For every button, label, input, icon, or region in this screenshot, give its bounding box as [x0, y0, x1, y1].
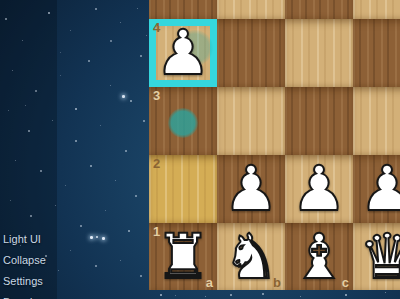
move-hint-dot: [168, 108, 198, 138]
square-b2[interactable]: ♟: [217, 155, 285, 223]
square-b1[interactable]: b♞: [217, 223, 285, 290]
file-label-a: a: [206, 276, 213, 289]
square-b3[interactable]: [217, 87, 285, 155]
menu-item-settings[interactable]: Settings: [3, 276, 46, 287]
square-c1[interactable]: c♝: [285, 223, 353, 290]
file-label-b: b: [273, 276, 281, 289]
piece-white-pawn[interactable]: ♟: [285, 155, 353, 223]
rank-label-1: 1: [153, 225, 160, 238]
square-c4[interactable]: [285, 19, 353, 87]
rank-label-2: 2: [153, 157, 160, 170]
sidebar-menu: Light UI Collapse Settings Board: [3, 234, 46, 299]
menu-item-collapse[interactable]: Collapse: [3, 255, 46, 266]
file-label-c: c: [342, 276, 349, 289]
menu-item-light-ui[interactable]: Light UI: [3, 234, 46, 245]
square-d2[interactable]: ♟: [353, 155, 400, 223]
square-a1[interactable]: 1a♜: [149, 223, 217, 290]
square-a2[interactable]: 2: [149, 155, 217, 223]
board-viewport: 4♟32♟♟♟1a♜b♞c♝d♛: [149, 0, 400, 290]
square-d5[interactable]: [353, 0, 400, 19]
square-d1[interactable]: d♛: [353, 223, 400, 290]
square-d4[interactable]: [353, 19, 400, 87]
piece-white-pawn[interactable]: ♟: [217, 155, 285, 223]
square-c2[interactable]: ♟: [285, 155, 353, 223]
square-c3[interactable]: [285, 87, 353, 155]
square-a4[interactable]: 4♟: [149, 19, 217, 87]
chess-board: 4♟32♟♟♟1a♜b♞c♝d♛: [149, 0, 400, 290]
square-c5[interactable]: [285, 0, 353, 19]
square-d3[interactable]: [353, 87, 400, 155]
rank-label-4: 4: [153, 21, 160, 34]
rank-label-3: 3: [153, 89, 160, 102]
piece-white-pawn[interactable]: ♟: [353, 155, 400, 223]
square-b5[interactable]: [217, 0, 285, 19]
square-a3[interactable]: 3: [149, 87, 217, 155]
square-b4[interactable]: [217, 19, 285, 87]
piece-white-queen[interactable]: ♛: [353, 223, 400, 290]
